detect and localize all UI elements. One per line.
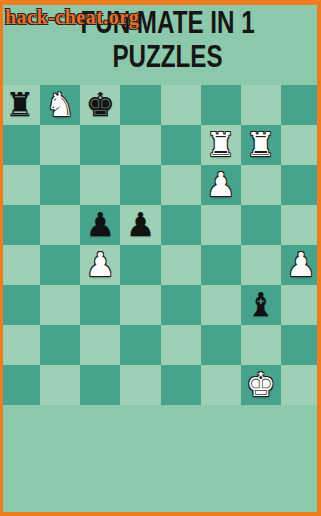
square-c3[interactable] [80, 285, 120, 325]
square-h7[interactable] [281, 125, 321, 165]
square-c8[interactable]: ♚ [80, 85, 120, 125]
square-b4[interactable] [40, 245, 80, 285]
square-h6[interactable] [281, 165, 321, 205]
square-d8[interactable] [120, 85, 160, 125]
square-b7[interactable] [40, 125, 80, 165]
square-b6[interactable] [40, 165, 80, 205]
piece-black-pawn[interactable]: ♟ [86, 205, 116, 245]
hack-cheat-watermark-link[interactable]: hack-cheat.org [5, 6, 139, 29]
square-b8[interactable]: ♞ [40, 85, 80, 125]
square-a1[interactable] [0, 365, 40, 405]
square-a5[interactable] [0, 205, 40, 245]
square-d1[interactable] [120, 365, 160, 405]
square-b2[interactable] [40, 325, 80, 365]
square-g2[interactable] [241, 325, 281, 365]
square-b3[interactable] [40, 285, 80, 325]
square-c2[interactable] [80, 325, 120, 365]
square-e2[interactable] [161, 325, 201, 365]
piece-white-pawn[interactable]: ♟ [86, 245, 116, 285]
square-g3[interactable]: ♝ [241, 285, 281, 325]
chess-board: ♜♞♚♜♜♟♟♟♟♟♝♚ [0, 85, 321, 405]
square-g4[interactable] [241, 245, 281, 285]
square-c1[interactable] [80, 365, 120, 405]
square-g5[interactable] [241, 205, 281, 245]
square-c4[interactable]: ♟ [80, 245, 120, 285]
square-e4[interactable] [161, 245, 201, 285]
piece-black-rook[interactable]: ♜ [5, 85, 35, 125]
square-f7[interactable]: ♜ [201, 125, 241, 165]
square-c6[interactable] [80, 165, 120, 205]
square-e1[interactable] [161, 365, 201, 405]
square-f6[interactable]: ♟ [201, 165, 241, 205]
square-a7[interactable] [0, 125, 40, 165]
square-e5[interactable] [161, 205, 201, 245]
piece-white-rook[interactable]: ♜ [246, 125, 276, 165]
square-g7[interactable]: ♜ [241, 125, 281, 165]
square-h4[interactable]: ♟ [281, 245, 321, 285]
square-f3[interactable] [201, 285, 241, 325]
piece-white-rook[interactable]: ♜ [206, 125, 236, 165]
square-f5[interactable] [201, 205, 241, 245]
title-line-2: PUZZLES [48, 40, 287, 74]
square-d3[interactable] [120, 285, 160, 325]
square-g6[interactable] [241, 165, 281, 205]
piece-white-pawn[interactable]: ♟ [206, 165, 236, 205]
square-h5[interactable] [281, 205, 321, 245]
square-a4[interactable] [0, 245, 40, 285]
square-c5[interactable]: ♟ [80, 205, 120, 245]
square-c7[interactable] [80, 125, 120, 165]
square-a3[interactable] [0, 285, 40, 325]
square-f8[interactable] [201, 85, 241, 125]
square-e7[interactable] [161, 125, 201, 165]
piece-black-king[interactable]: ♚ [86, 85, 116, 125]
square-d4[interactable] [120, 245, 160, 285]
square-h3[interactable] [281, 285, 321, 325]
square-h8[interactable] [281, 85, 321, 125]
piece-white-pawn[interactable]: ♟ [286, 245, 316, 285]
square-f4[interactable] [201, 245, 241, 285]
square-d2[interactable] [120, 325, 160, 365]
square-b5[interactable] [40, 205, 80, 245]
square-h1[interactable] [281, 365, 321, 405]
piece-white-king[interactable]: ♚ [246, 365, 276, 405]
square-a6[interactable] [0, 165, 40, 205]
square-f1[interactable] [201, 365, 241, 405]
piece-black-bishop[interactable]: ♝ [246, 285, 276, 325]
square-d7[interactable] [120, 125, 160, 165]
square-h2[interactable] [281, 325, 321, 365]
square-f2[interactable] [201, 325, 241, 365]
square-a2[interactable] [0, 325, 40, 365]
square-d6[interactable] [120, 165, 160, 205]
square-b1[interactable] [40, 365, 80, 405]
square-e3[interactable] [161, 285, 201, 325]
piece-black-pawn[interactable]: ♟ [126, 205, 156, 245]
square-g8[interactable] [241, 85, 281, 125]
square-e6[interactable] [161, 165, 201, 205]
square-d5[interactable]: ♟ [120, 205, 160, 245]
square-g1[interactable]: ♚ [241, 365, 281, 405]
square-e8[interactable] [161, 85, 201, 125]
piece-white-knight[interactable]: ♞ [45, 85, 75, 125]
square-a8[interactable]: ♜ [0, 85, 40, 125]
app-screen: hack-cheat.org FUN MATE IN 1 PUZZLES ♜♞♚… [0, 0, 321, 516]
